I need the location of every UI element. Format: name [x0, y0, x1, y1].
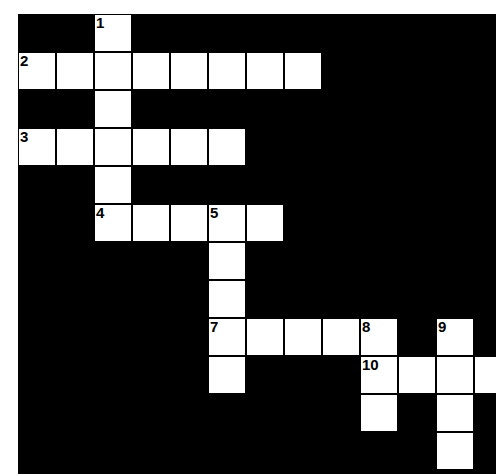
block-cell [18, 90, 56, 128]
block-cell [18, 280, 56, 318]
clue-number-3: 3 [20, 129, 28, 145]
block-cell [322, 356, 360, 394]
block-cell [284, 204, 322, 242]
block-cell [208, 90, 246, 128]
answer-cell-r1c5[interactable] [209, 53, 245, 89]
block-cell [322, 280, 360, 318]
block-cell [56, 242, 94, 280]
answer-cell-r3c2[interactable] [95, 129, 131, 165]
block-cell [18, 432, 56, 470]
block-cell [132, 318, 170, 356]
answer-cell-r1c7[interactable] [285, 53, 321, 89]
block-cell [398, 318, 436, 356]
answer-cell-r1c3[interactable] [133, 53, 169, 89]
block-cell [284, 14, 322, 52]
block-cell [474, 14, 496, 52]
block-cell [132, 280, 170, 318]
block-cell [322, 14, 360, 52]
block-cell [246, 128, 284, 166]
answer-cell-r8c7[interactable] [285, 319, 321, 355]
block-cell [284, 280, 322, 318]
block-cell [436, 242, 474, 280]
block-cell [170, 14, 208, 52]
block-cell [246, 432, 284, 470]
block-cell [398, 432, 436, 470]
block-cell [322, 128, 360, 166]
block-cell [170, 166, 208, 204]
block-cell [170, 356, 208, 394]
block-cell [94, 432, 132, 470]
block-cell [284, 128, 322, 166]
answer-cell-r3c4[interactable] [171, 129, 207, 165]
answer-cell-r8c11[interactable]: 9 [437, 319, 473, 355]
block-cell [474, 242, 496, 280]
block-cell [474, 166, 496, 204]
block-cell [246, 14, 284, 52]
block-cell [398, 166, 436, 204]
block-cell [284, 242, 322, 280]
block-cell [360, 52, 398, 90]
block-cell [170, 242, 208, 280]
block-cell [436, 204, 474, 242]
block-cell [284, 166, 322, 204]
block-cell [132, 432, 170, 470]
block-cell [132, 242, 170, 280]
block-cell [170, 90, 208, 128]
answer-cell-r8c9[interactable]: 8 [361, 319, 397, 355]
block-cell [360, 128, 398, 166]
block-cell [208, 394, 246, 432]
block-cell [398, 128, 436, 166]
block-cell [436, 280, 474, 318]
block-cell [246, 90, 284, 128]
block-cell [436, 52, 474, 90]
block-cell [208, 166, 246, 204]
block-cell [18, 204, 56, 242]
clue-number-7: 7 [210, 319, 218, 335]
clue-number-8: 8 [362, 319, 370, 335]
block-cell [436, 128, 474, 166]
answer-cell-r9c12[interactable] [475, 357, 496, 393]
answer-cell-r4c2[interactable] [95, 167, 131, 203]
block-cell [474, 318, 496, 356]
block-cell [474, 432, 496, 470]
block-cell [18, 166, 56, 204]
block-cell [284, 356, 322, 394]
block-cell [56, 432, 94, 470]
block-cell [170, 432, 208, 470]
block-cell [474, 394, 496, 432]
block-cell [246, 280, 284, 318]
block-cell [284, 394, 322, 432]
answer-cell-r3c5[interactable] [209, 129, 245, 165]
answer-cell-r9c11[interactable] [437, 357, 473, 393]
block-cell [56, 14, 94, 52]
block-cell [18, 356, 56, 394]
block-cell [474, 90, 496, 128]
answer-cell-r3c1[interactable] [57, 129, 93, 165]
answer-cell-r1c4[interactable] [171, 53, 207, 89]
block-cell [322, 394, 360, 432]
block-cell [322, 90, 360, 128]
block-cell [398, 280, 436, 318]
block-cell [18, 318, 56, 356]
clue-number-9: 9 [438, 319, 446, 335]
block-cell [132, 166, 170, 204]
block-cell [132, 90, 170, 128]
block-cell [398, 242, 436, 280]
answer-cell-r7c5[interactable] [209, 281, 245, 317]
block-cell [94, 356, 132, 394]
answer-cell-r5c5[interactable]: 5 [209, 205, 245, 241]
block-cell [94, 394, 132, 432]
block-cell [360, 432, 398, 470]
block-cell [284, 432, 322, 470]
answer-cell-r8c5[interactable]: 7 [209, 319, 245, 355]
block-cell [284, 90, 322, 128]
answer-cell-r1c2[interactable] [95, 53, 131, 89]
clue-number-4: 4 [96, 205, 104, 221]
page-background: 1234578910 [0, 0, 496, 474]
block-cell [398, 52, 436, 90]
answer-cell-r1c0[interactable]: 2 [19, 53, 55, 89]
block-cell [94, 318, 132, 356]
answer-cell-r6c5[interactable] [209, 243, 245, 279]
block-cell [398, 204, 436, 242]
block-cell [246, 242, 284, 280]
block-cell [246, 356, 284, 394]
block-cell [56, 280, 94, 318]
block-cell [322, 242, 360, 280]
block-cell [398, 394, 436, 432]
block-cell [360, 14, 398, 52]
block-cell [436, 14, 474, 52]
block-cell [322, 204, 360, 242]
block-cell [398, 14, 436, 52]
crossword-grid: 1234578910 [18, 14, 496, 474]
answer-cell-r0c2[interactable]: 1 [95, 15, 131, 51]
block-cell [474, 52, 496, 90]
answer-cell-r10c11[interactable] [437, 395, 473, 431]
block-cell [132, 356, 170, 394]
block-cell [360, 280, 398, 318]
block-cell [18, 394, 56, 432]
block-cell [170, 394, 208, 432]
answer-cell-r5c6[interactable] [247, 205, 283, 241]
clue-number-10: 10 [362, 357, 379, 373]
block-cell [322, 432, 360, 470]
block-cell [246, 166, 284, 204]
answer-cell-r5c4[interactable] [171, 205, 207, 241]
block-cell [360, 166, 398, 204]
block-cell [94, 280, 132, 318]
block-cell [474, 204, 496, 242]
block-cell [132, 394, 170, 432]
block-cell [56, 204, 94, 242]
answer-cell-r8c6[interactable] [247, 319, 283, 355]
answer-cell-r5c2[interactable]: 4 [95, 205, 131, 241]
block-cell [56, 166, 94, 204]
block-cell [474, 128, 496, 166]
block-cell [94, 242, 132, 280]
block-cell [18, 242, 56, 280]
block-cell [360, 90, 398, 128]
block-cell [322, 52, 360, 90]
answer-cell-r11c11[interactable] [437, 433, 473, 469]
answer-cell-r2c2[interactable] [95, 91, 131, 127]
answer-cell-r1c1[interactable] [57, 53, 93, 89]
block-cell [56, 318, 94, 356]
answer-cell-r9c5[interactable] [209, 357, 245, 393]
block-cell [170, 280, 208, 318]
block-cell [18, 14, 56, 52]
block-cell [360, 242, 398, 280]
block-cell [208, 432, 246, 470]
answer-cell-r9c9[interactable]: 10 [361, 357, 397, 393]
block-cell [56, 394, 94, 432]
answer-cell-r1c6[interactable] [247, 53, 283, 89]
clue-number-2: 2 [20, 53, 28, 69]
block-cell [56, 356, 94, 394]
block-cell [474, 280, 496, 318]
answer-cell-r9c10[interactable] [399, 357, 435, 393]
block-cell [436, 166, 474, 204]
block-cell [170, 318, 208, 356]
answer-cell-r8c8[interactable] [323, 319, 359, 355]
block-cell [322, 166, 360, 204]
answer-cell-r3c3[interactable] [133, 129, 169, 165]
answer-cell-r3c0[interactable]: 3 [19, 129, 55, 165]
block-cell [208, 14, 246, 52]
block-cell [132, 14, 170, 52]
answer-cell-r10c9[interactable] [361, 395, 397, 431]
block-cell [360, 204, 398, 242]
block-cell [398, 90, 436, 128]
clue-number-1: 1 [96, 15, 104, 31]
block-cell [436, 90, 474, 128]
clue-number-5: 5 [210, 205, 218, 221]
answer-cell-r5c3[interactable] [133, 205, 169, 241]
block-cell [56, 90, 94, 128]
block-cell [246, 394, 284, 432]
